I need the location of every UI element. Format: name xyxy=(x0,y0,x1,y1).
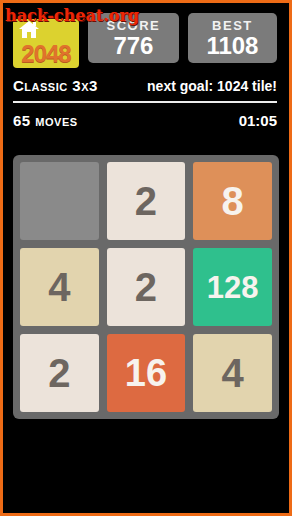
tile-128-r2c3: 128 xyxy=(193,248,272,326)
tile-4-r3c3: 4 xyxy=(193,334,272,412)
app-screen: hack-cheat.org 2048 SCORE 776 BEST 1108 … xyxy=(0,0,292,516)
tile-2-r3c1: 2 xyxy=(20,334,99,412)
tile-2-r2c2: 2 xyxy=(107,248,186,326)
board[interactable]: 28421282164 xyxy=(13,155,279,419)
tile-16-r3c2: 16 xyxy=(107,334,186,412)
goal-text: next goal: 1024 tile! xyxy=(147,78,277,94)
best-label: BEST xyxy=(188,18,277,33)
timer-text: 01:05 xyxy=(239,112,277,129)
tile-4-r2c1: 4 xyxy=(20,248,99,326)
tile-8-r1c3: 8 xyxy=(193,162,272,240)
status-bar: 65 moves 01:05 xyxy=(3,112,289,129)
divider xyxy=(13,101,277,103)
best-box: BEST 1108 xyxy=(188,13,277,63)
watermark-text: hack-cheat.org xyxy=(5,6,139,25)
moves-text: 65 moves xyxy=(13,112,78,129)
mode-label: Classic 3x3 xyxy=(13,77,98,94)
subheader: Classic 3x3 next goal: 1024 tile! xyxy=(3,77,289,94)
score-value: 776 xyxy=(88,33,179,58)
tile-2-r1c2: 2 xyxy=(107,162,186,240)
logo-text: 2048 xyxy=(13,40,79,68)
empty-cell-r1c1 xyxy=(20,162,99,240)
best-value: 1108 xyxy=(188,33,277,58)
home-logo-button[interactable]: 2048 xyxy=(13,19,79,68)
